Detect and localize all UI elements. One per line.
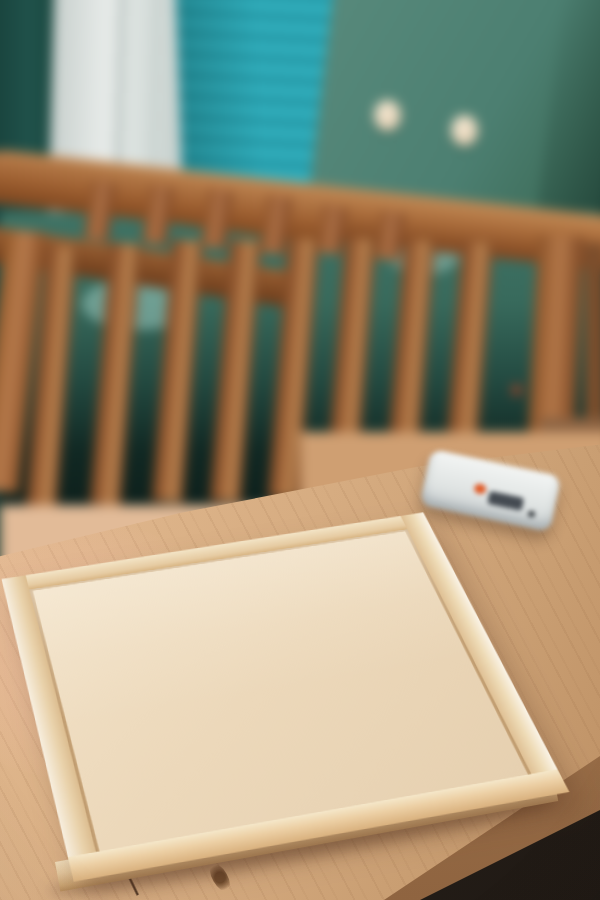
photo-scene	[0, 0, 600, 900]
remote-control	[420, 449, 562, 532]
remote-button-band	[487, 491, 524, 511]
remote-orange-button	[473, 483, 487, 495]
remote-small-button	[527, 510, 535, 517]
checkerboard-box	[0, 536, 450, 900]
